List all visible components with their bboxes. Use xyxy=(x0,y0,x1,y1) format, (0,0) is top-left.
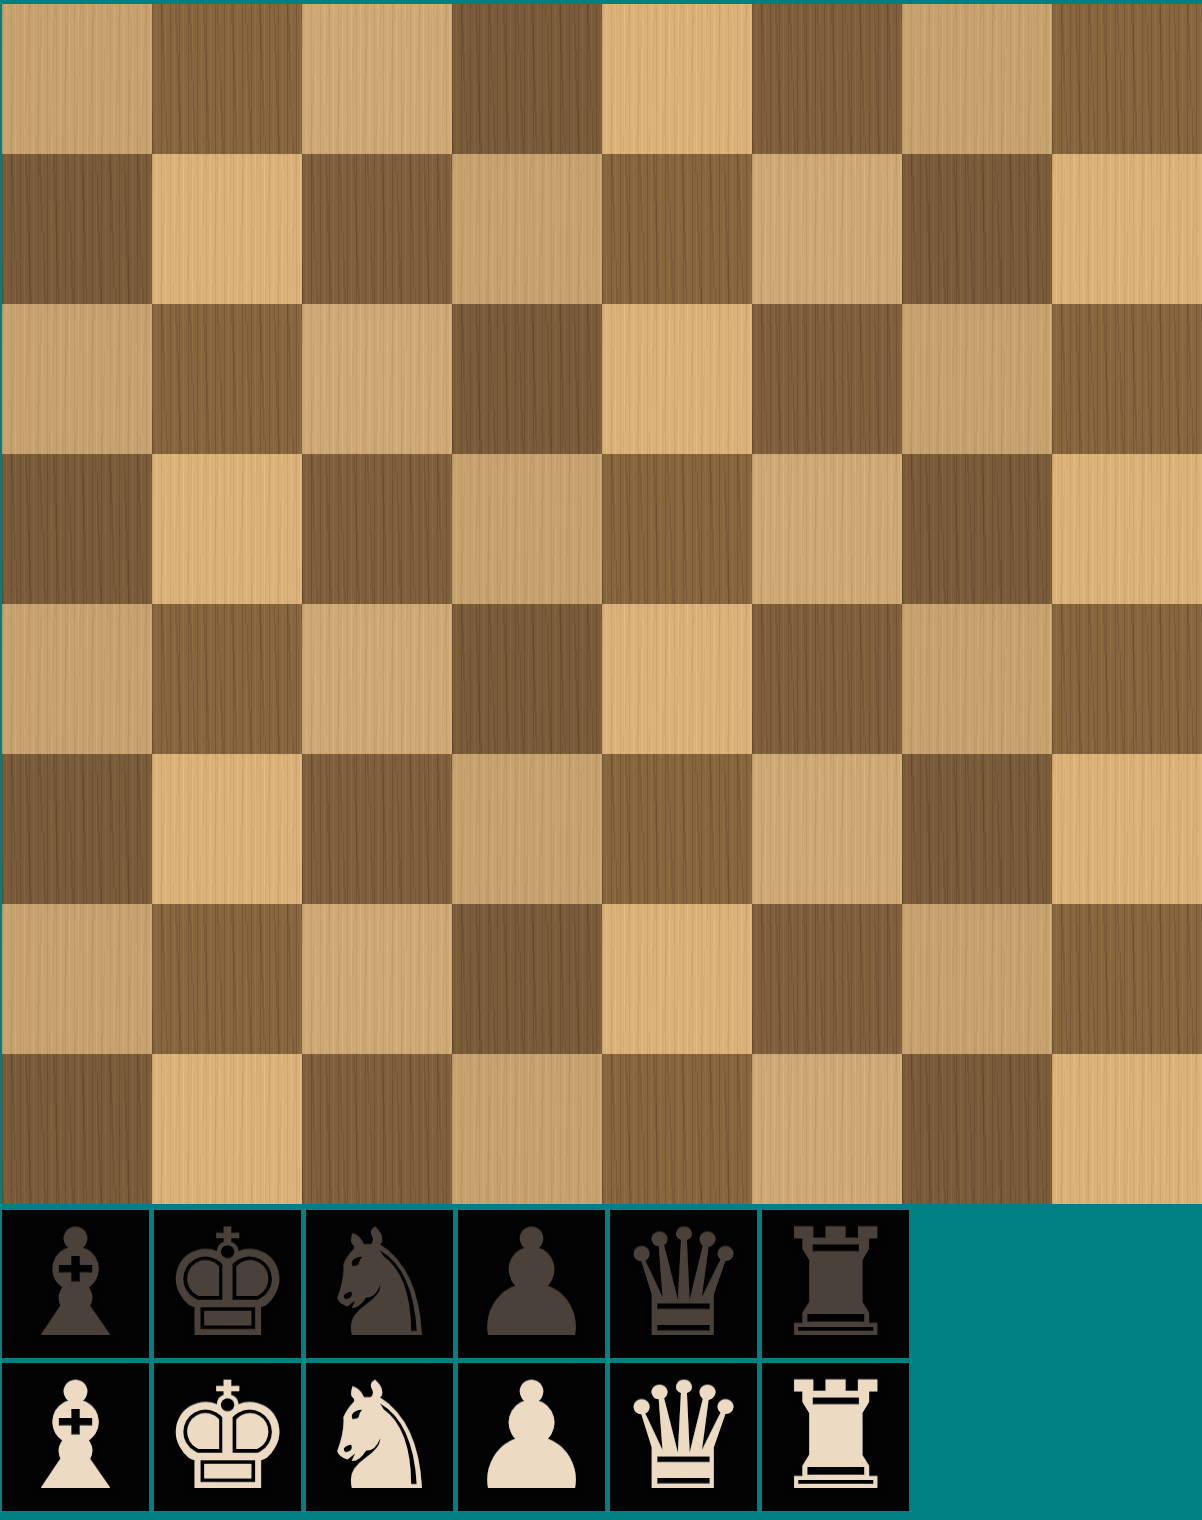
square-c5[interactable] xyxy=(302,454,452,604)
white-queen-piece-icon: ♛ xyxy=(617,1363,750,1511)
square-d3[interactable] xyxy=(452,754,602,904)
square-b5[interactable] xyxy=(152,454,302,604)
square-f6[interactable] xyxy=(752,304,902,454)
square-g1[interactable] xyxy=(902,1054,1052,1204)
tray-black-rook[interactable]: ♜ xyxy=(762,1210,909,1358)
white-rook-piece-icon: ♜ xyxy=(769,1363,902,1511)
square-f4[interactable] xyxy=(752,604,902,754)
chess-sprite-sheet: ♝♚♞♟♛♜♝♚♞♟♛♜ xyxy=(0,0,1202,1520)
square-h2[interactable] xyxy=(1052,904,1202,1054)
tray-black-king[interactable]: ♚ xyxy=(154,1210,301,1358)
square-f3[interactable] xyxy=(752,754,902,904)
white-bishop-piece-icon: ♝ xyxy=(9,1363,142,1511)
square-f1[interactable] xyxy=(752,1054,902,1204)
square-h4[interactable] xyxy=(1052,604,1202,754)
tray-white-rook[interactable]: ♜ xyxy=(762,1363,909,1511)
square-g5[interactable] xyxy=(902,454,1052,604)
square-b1[interactable] xyxy=(152,1054,302,1204)
square-e6[interactable] xyxy=(602,304,752,454)
tray-white-king[interactable]: ♚ xyxy=(154,1363,301,1511)
black-bishop-piece-icon: ♝ xyxy=(9,1210,142,1358)
square-c8[interactable] xyxy=(302,4,452,154)
square-a2[interactable] xyxy=(2,904,152,1054)
tray-white-knight[interactable]: ♞ xyxy=(306,1363,453,1511)
square-c1[interactable] xyxy=(302,1054,452,1204)
black-king-piece-icon: ♚ xyxy=(161,1210,294,1358)
square-g2[interactable] xyxy=(902,904,1052,1054)
square-a8[interactable] xyxy=(2,4,152,154)
tray-white-pawn[interactable]: ♟ xyxy=(458,1363,605,1511)
black-pawn-piece-icon: ♟ xyxy=(465,1210,598,1358)
square-e7[interactable] xyxy=(602,154,752,304)
square-c3[interactable] xyxy=(302,754,452,904)
square-d4[interactable] xyxy=(452,604,602,754)
square-h8[interactable] xyxy=(1052,4,1202,154)
square-f5[interactable] xyxy=(752,454,902,604)
square-b7[interactable] xyxy=(152,154,302,304)
square-b2[interactable] xyxy=(152,904,302,1054)
white-pawn-piece-icon: ♟ xyxy=(465,1363,598,1511)
square-a4[interactable] xyxy=(2,604,152,754)
piece-tray: ♝♚♞♟♛♜♝♚♞♟♛♜ xyxy=(2,1210,909,1511)
square-d7[interactable] xyxy=(452,154,602,304)
square-e2[interactable] xyxy=(602,904,752,1054)
square-a1[interactable] xyxy=(2,1054,152,1204)
square-b8[interactable] xyxy=(152,4,302,154)
square-d6[interactable] xyxy=(452,304,602,454)
square-h5[interactable] xyxy=(1052,454,1202,604)
square-a6[interactable] xyxy=(2,304,152,454)
white-king-piece-icon: ♚ xyxy=(161,1363,294,1511)
square-d5[interactable] xyxy=(452,454,602,604)
square-h3[interactable] xyxy=(1052,754,1202,904)
square-e4[interactable] xyxy=(602,604,752,754)
square-h7[interactable] xyxy=(1052,154,1202,304)
square-f2[interactable] xyxy=(752,904,902,1054)
square-c4[interactable] xyxy=(302,604,452,754)
tray-black-pawn[interactable]: ♟ xyxy=(458,1210,605,1358)
square-g4[interactable] xyxy=(902,604,1052,754)
square-g7[interactable] xyxy=(902,154,1052,304)
square-f7[interactable] xyxy=(752,154,902,304)
square-a3[interactable] xyxy=(2,754,152,904)
square-a5[interactable] xyxy=(2,454,152,604)
square-e3[interactable] xyxy=(602,754,752,904)
square-c6[interactable] xyxy=(302,304,452,454)
square-d2[interactable] xyxy=(452,904,602,1054)
tray-black-knight[interactable]: ♞ xyxy=(306,1210,453,1358)
square-c7[interactable] xyxy=(302,154,452,304)
square-g8[interactable] xyxy=(902,4,1052,154)
square-e8[interactable] xyxy=(602,4,752,154)
square-b4[interactable] xyxy=(152,604,302,754)
tray-white-bishop[interactable]: ♝ xyxy=(2,1363,149,1511)
square-g6[interactable] xyxy=(902,304,1052,454)
black-knight-piece-icon: ♞ xyxy=(313,1210,446,1358)
square-b3[interactable] xyxy=(152,754,302,904)
tray-black-queen[interactable]: ♛ xyxy=(610,1210,757,1358)
black-rook-piece-icon: ♜ xyxy=(769,1210,902,1358)
square-h6[interactable] xyxy=(1052,304,1202,454)
tray-black-bishop[interactable]: ♝ xyxy=(2,1210,149,1358)
square-a7[interactable] xyxy=(2,154,152,304)
square-d8[interactable] xyxy=(452,4,602,154)
chess-board xyxy=(2,4,1202,1204)
square-h1[interactable] xyxy=(1052,1054,1202,1204)
square-d1[interactable] xyxy=(452,1054,602,1204)
square-e5[interactable] xyxy=(602,454,752,604)
white-knight-piece-icon: ♞ xyxy=(313,1363,446,1511)
square-b6[interactable] xyxy=(152,304,302,454)
square-g3[interactable] xyxy=(902,754,1052,904)
tray-white-queen[interactable]: ♛ xyxy=(610,1363,757,1511)
square-c2[interactable] xyxy=(302,904,452,1054)
square-e1[interactable] xyxy=(602,1054,752,1204)
black-queen-piece-icon: ♛ xyxy=(617,1210,750,1358)
square-f8[interactable] xyxy=(752,4,902,154)
